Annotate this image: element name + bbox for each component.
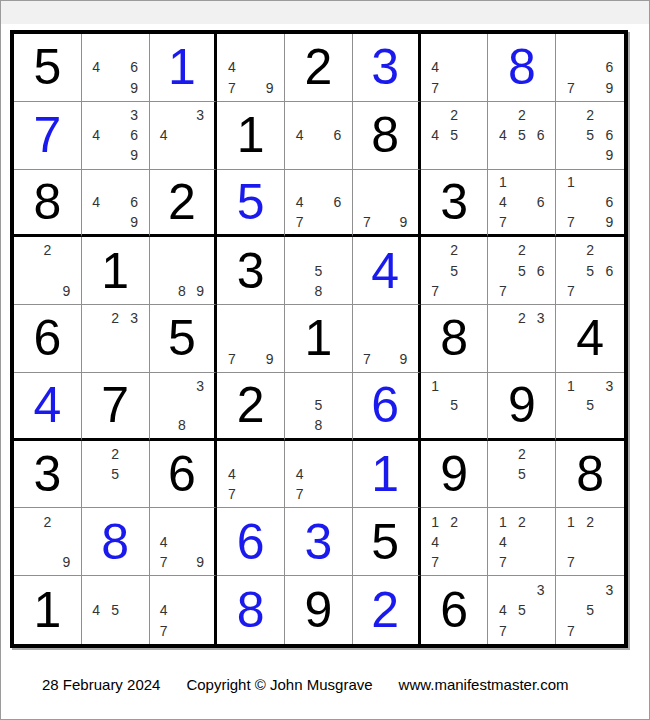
solved-digit: 8 [237, 585, 265, 635]
cell-r3c2[interactable]: 469 [82, 170, 150, 238]
cell-r4c7[interactable]: 257 [421, 237, 489, 305]
pencil-marks: 3457 [488, 576, 555, 644]
pencil-mark-3: 3 [531, 579, 550, 600]
pencil-mark-9: 9 [57, 281, 76, 301]
cell-r5c6[interactable]: 79 [353, 305, 421, 373]
pencil-mark-2: 2 [512, 105, 531, 125]
pencil-marks: 469 [82, 34, 149, 101]
cell-r1c7[interactable]: 47 [421, 34, 489, 102]
pencil-marks: 29 [14, 237, 81, 304]
pencil-mark-6: 6 [600, 261, 619, 281]
pencil-mark-3: 3 [600, 579, 619, 600]
cell-r8c8[interactable]: 1247 [488, 508, 556, 576]
cell-r2c6[interactable]: 8 [353, 102, 421, 170]
cell-r4c6[interactable]: 4 [353, 237, 421, 305]
pencil-mark-5: 5 [309, 395, 328, 415]
given-digit: 2 [305, 42, 333, 92]
pencil-mark-7: 7 [561, 212, 580, 232]
pencil-mark-7: 7 [222, 78, 241, 98]
cell-r2c4[interactable]: 1 [217, 102, 285, 170]
cell-r4c3[interactable]: 89 [150, 237, 218, 305]
pencil-marks: 58 [285, 237, 352, 304]
pencil-mark-9: 9 [600, 145, 619, 165]
cell-r6c6[interactable]: 6 [353, 373, 421, 441]
pencil-mark-5: 5 [445, 261, 464, 281]
pencil-marks: 679 [556, 34, 624, 101]
pencil-marks: 58 [285, 373, 352, 438]
cell-r4c9[interactable]: 2567 [556, 237, 624, 305]
given-digit: 6 [168, 449, 196, 499]
pencil-mark-3: 3 [600, 376, 619, 396]
pencil-mark-9: 9 [125, 145, 144, 165]
cell-r7c1[interactable]: 3 [14, 441, 82, 509]
pencil-mark-7: 7 [426, 78, 445, 98]
pencil-mark-9: 9 [600, 78, 619, 98]
cell-r7c7[interactable]: 9 [421, 441, 489, 509]
solved-digit: 8 [508, 42, 536, 92]
solved-digit: 1 [168, 42, 196, 92]
pencil-mark-4: 4 [155, 125, 173, 145]
pencil-mark-7: 7 [222, 484, 241, 504]
given-digit: 8 [33, 177, 61, 227]
given-digit: 2 [237, 380, 265, 430]
solved-digit: 8 [101, 517, 129, 567]
pencil-mark-8: 8 [173, 281, 191, 301]
pencil-mark-9: 9 [394, 349, 412, 369]
pencil-marks: 1247 [421, 508, 488, 575]
pencil-marks: 2567 [556, 237, 624, 304]
cell-r9c4[interactable]: 8 [217, 576, 285, 644]
cell-r7c3[interactable]: 6 [150, 441, 218, 509]
pencil-mark-2: 2 [512, 511, 531, 531]
cell-r3c5[interactable]: 467 [285, 170, 353, 238]
pencil-marks: 1247 [488, 508, 555, 575]
pencil-mark-5: 5 [106, 464, 125, 484]
pencil-mark-9: 9 [191, 281, 209, 301]
pencil-mark-7: 7 [561, 281, 580, 301]
cell-r2c5[interactable]: 46 [285, 102, 353, 170]
cell-r9c1[interactable]: 1 [14, 576, 82, 644]
cell-r3c6[interactable]: 79 [353, 170, 421, 238]
pencil-mark-4: 4 [222, 464, 241, 484]
pencil-marks: 79 [353, 305, 418, 372]
cell-r9c3[interactable]: 47 [150, 576, 218, 644]
pencil-marks: 25 [488, 441, 555, 508]
given-digit: 3 [33, 449, 61, 499]
pencil-mark-4: 4 [290, 464, 309, 484]
pencil-marks: 2569 [556, 102, 624, 169]
cell-r8c9[interactable]: 127 [556, 508, 624, 576]
cell-r6c4[interactable]: 2 [217, 373, 285, 441]
pencil-mark-4: 4 [426, 125, 445, 145]
pencil-marks: 38 [150, 373, 215, 438]
pencil-marks: 257 [421, 237, 488, 304]
pencil-mark-2: 2 [445, 511, 464, 531]
pencil-mark-4: 4 [222, 57, 241, 77]
cell-r8c3[interactable]: 479 [150, 508, 218, 576]
pencil-mark-1: 1 [561, 511, 580, 531]
pencil-marks: 127 [556, 508, 624, 575]
pencil-mark-8: 8 [309, 281, 328, 301]
pencil-mark-7: 7 [561, 620, 580, 641]
footer-date: 28 February 2024 [42, 676, 160, 693]
sudoku-board: 5469147923478679734693414682452456256984… [10, 30, 628, 648]
pencil-mark-4: 4 [493, 125, 512, 145]
footer-copyright: Copyright © John Musgrave [186, 676, 372, 693]
pencil-mark-6: 6 [125, 192, 144, 212]
pencil-marks: 23 [488, 305, 555, 372]
cell-r1c4[interactable]: 479 [217, 34, 285, 102]
pencil-mark-4: 4 [426, 532, 445, 552]
solved-digit: 6 [237, 517, 265, 567]
pencil-mark-9: 9 [260, 349, 279, 369]
pencil-marks: 135 [556, 373, 624, 438]
pencil-mark-2: 2 [106, 444, 125, 464]
cell-r3c8[interactable]: 1467 [488, 170, 556, 238]
cell-r7c8[interactable]: 25 [488, 441, 556, 509]
cell-r6c5[interactable]: 58 [285, 373, 353, 441]
pencil-mark-2: 2 [106, 308, 125, 328]
pencil-marks: 245 [421, 102, 488, 169]
solved-digit: 6 [371, 380, 399, 430]
cell-r1c6[interactable]: 3 [353, 34, 421, 102]
pencil-mark-2: 2 [512, 308, 531, 328]
pencil-mark-7: 7 [290, 484, 309, 504]
cell-r6c9[interactable]: 135 [556, 373, 624, 441]
pencil-mark-6: 6 [125, 57, 144, 77]
cell-r6c1[interactable]: 4 [14, 373, 82, 441]
given-digit: 1 [237, 110, 265, 160]
cell-r9c2[interactable]: 45 [82, 576, 150, 644]
cell-r1c8[interactable]: 8 [488, 34, 556, 102]
pencil-mark-1: 1 [561, 376, 580, 396]
cell-r6c2[interactable]: 7 [82, 373, 150, 441]
solved-digit: 3 [305, 517, 333, 567]
pencil-mark-7: 7 [155, 620, 173, 641]
cell-r2c1[interactable]: 7 [14, 102, 82, 170]
pencil-mark-7: 7 [155, 552, 173, 572]
pencil-mark-9: 9 [57, 552, 76, 572]
cell-r9c9[interactable]: 357 [556, 576, 624, 644]
cell-r8c5[interactable]: 3 [285, 508, 353, 576]
pencil-marks: 34 [150, 102, 215, 169]
cell-r9c8[interactable]: 3457 [488, 576, 556, 644]
pencil-mark-3: 3 [125, 308, 144, 328]
pencil-marks: 47 [421, 34, 488, 101]
pencil-mark-4: 4 [87, 600, 106, 621]
pencil-mark-4: 4 [493, 192, 512, 212]
given-digit: 8 [371, 110, 399, 160]
pencil-mark-7: 7 [493, 552, 512, 572]
pencil-mark-7: 7 [426, 552, 445, 572]
given-digit: 4 [576, 313, 604, 363]
pencil-mark-5: 5 [106, 600, 125, 621]
cell-r2c9[interactable]: 2569 [556, 102, 624, 170]
pencil-mark-4: 4 [426, 57, 445, 77]
given-digit: 7 [101, 380, 129, 430]
pencil-marks: 2567 [488, 237, 555, 304]
pencil-marks: 89 [150, 237, 215, 304]
cell-r4c2[interactable]: 1 [82, 237, 150, 305]
pencil-mark-5: 5 [512, 600, 531, 621]
pencil-marks: 25 [82, 441, 149, 508]
header-band [1, 1, 649, 24]
given-digit: 9 [440, 449, 468, 499]
cell-r3c7[interactable]: 3 [421, 170, 489, 238]
cell-r1c9[interactable]: 679 [556, 34, 624, 102]
cell-r4c4[interactable]: 3 [217, 237, 285, 305]
pencil-mark-7: 7 [493, 212, 512, 232]
pencil-marks: 479 [217, 34, 284, 101]
cell-r6c7[interactable]: 15 [421, 373, 489, 441]
footer-website: www.manifestmaster.com [399, 676, 569, 693]
pencil-mark-2: 2 [580, 511, 599, 531]
pencil-mark-3: 3 [531, 308, 550, 328]
pencil-marks: 46 [285, 102, 352, 169]
solved-digit: 3 [371, 42, 399, 92]
solved-digit: 5 [237, 177, 265, 227]
pencil-mark-1: 1 [426, 376, 445, 396]
cell-r2c3[interactable]: 34 [150, 102, 218, 170]
solved-digit: 1 [371, 449, 399, 499]
cell-r8c6[interactable]: 5 [353, 508, 421, 576]
pencil-mark-2: 2 [512, 444, 531, 464]
pencil-mark-4: 4 [290, 192, 309, 212]
pencil-marks: 15 [421, 373, 488, 438]
given-digit: 5 [33, 42, 61, 92]
pencil-marks: 2456 [488, 102, 555, 169]
pencil-mark-4: 4 [87, 192, 106, 212]
given-digit: 5 [371, 517, 399, 567]
pencil-mark-3: 3 [191, 376, 209, 396]
cell-r7c4[interactable]: 47 [217, 441, 285, 509]
cell-r8c1[interactable]: 29 [14, 508, 82, 576]
pencil-mark-2: 2 [38, 511, 57, 531]
pencil-mark-8: 8 [309, 415, 328, 435]
cell-r9c7[interactable]: 6 [421, 576, 489, 644]
cell-r3c9[interactable]: 1679 [556, 170, 624, 238]
pencil-mark-5: 5 [580, 395, 599, 415]
cell-r5c9[interactable]: 4 [556, 305, 624, 373]
pencil-marks: 467 [285, 170, 352, 235]
pencil-mark-5: 5 [512, 464, 531, 484]
pencil-mark-7: 7 [561, 78, 580, 98]
cell-r5c4[interactable]: 79 [217, 305, 285, 373]
given-digit: 8 [440, 313, 468, 363]
pencil-mark-2: 2 [512, 240, 531, 260]
pencil-mark-7: 7 [493, 620, 512, 641]
pencil-marks: 1467 [488, 170, 555, 235]
given-digit: 9 [305, 585, 333, 635]
pencil-mark-5: 5 [445, 395, 464, 415]
cell-r9c5[interactable]: 9 [285, 576, 353, 644]
pencil-mark-3: 3 [125, 105, 144, 125]
pencil-mark-5: 5 [512, 261, 531, 281]
cell-r7c6[interactable]: 1 [353, 441, 421, 509]
pencil-mark-6: 6 [531, 192, 550, 212]
given-digit: 2 [168, 177, 196, 227]
pencil-mark-7: 7 [493, 281, 512, 301]
pencil-mark-2: 2 [445, 105, 464, 125]
pencil-mark-5: 5 [309, 261, 328, 281]
cell-r1c5[interactable]: 2 [285, 34, 353, 102]
pencil-marks: 1679 [556, 170, 624, 235]
cell-r4c8[interactable]: 2567 [488, 237, 556, 305]
cell-r7c2[interactable]: 25 [82, 441, 150, 509]
cell-r6c8[interactable]: 9 [488, 373, 556, 441]
cell-r8c7[interactable]: 1247 [421, 508, 489, 576]
pencil-mark-7: 7 [358, 212, 376, 232]
pencil-marks: 23 [82, 305, 149, 372]
pencil-mark-2: 2 [38, 240, 57, 260]
cell-r1c2[interactable]: 469 [82, 34, 150, 102]
pencil-mark-4: 4 [493, 600, 512, 621]
pencil-mark-6: 6 [328, 125, 347, 145]
solved-digit: 4 [33, 380, 61, 430]
pencil-mark-6: 6 [600, 57, 619, 77]
solved-digit: 2 [371, 585, 399, 635]
pencil-mark-2: 2 [580, 240, 599, 260]
pencil-marks: 47 [285, 441, 352, 508]
cell-r1c3[interactable]: 1 [150, 34, 218, 102]
pencil-mark-9: 9 [260, 78, 279, 98]
pencil-marks: 479 [150, 508, 215, 575]
pencil-marks: 469 [82, 170, 149, 235]
cell-r2c7[interactable]: 245 [421, 102, 489, 170]
pencil-mark-4: 4 [87, 57, 106, 77]
cell-r9c6[interactable]: 2 [353, 576, 421, 644]
pencil-marks: 45 [82, 576, 149, 644]
cell-r8c4[interactable]: 6 [217, 508, 285, 576]
given-digit: 3 [237, 246, 265, 296]
pencil-marks: 79 [353, 170, 418, 235]
given-digit: 6 [440, 585, 468, 635]
solved-digit: 4 [371, 246, 399, 296]
given-digit: 1 [33, 585, 61, 635]
pencil-mark-9: 9 [394, 212, 412, 232]
cell-r3c4[interactable]: 5 [217, 170, 285, 238]
pencil-mark-8: 8 [173, 415, 191, 435]
cell-r2c8[interactable]: 2456 [488, 102, 556, 170]
pencil-mark-1: 1 [493, 173, 512, 193]
pencil-mark-2: 2 [445, 240, 464, 260]
cell-r3c3[interactable]: 2 [150, 170, 218, 238]
pencil-mark-9: 9 [600, 212, 619, 232]
cell-r6c3[interactable]: 38 [150, 373, 218, 441]
given-digit: 1 [305, 313, 333, 363]
pencil-mark-6: 6 [531, 261, 550, 281]
pencil-mark-6: 6 [125, 125, 144, 145]
cell-r5c8[interactable]: 23 [488, 305, 556, 373]
cell-r4c1[interactable]: 29 [14, 237, 82, 305]
cell-r5c7[interactable]: 8 [421, 305, 489, 373]
pencil-mark-1: 1 [493, 511, 512, 531]
pencil-marks: 3469 [82, 102, 149, 169]
pencil-marks: 79 [217, 305, 284, 372]
pencil-mark-4: 4 [155, 532, 173, 552]
pencil-mark-6: 6 [531, 125, 550, 145]
pencil-mark-2: 2 [580, 105, 599, 125]
cell-r5c3[interactable]: 5 [150, 305, 218, 373]
pencil-mark-1: 1 [561, 173, 580, 193]
pencil-mark-6: 6 [600, 125, 619, 145]
pencil-mark-6: 6 [600, 192, 619, 212]
cell-r5c2[interactable]: 23 [82, 305, 150, 373]
cell-r4c5[interactable]: 58 [285, 237, 353, 305]
solved-digit: 7 [33, 110, 61, 160]
footer: 28 February 2024 Copyright © John Musgra… [42, 676, 642, 693]
pencil-mark-7: 7 [222, 349, 241, 369]
pencil-marks: 357 [556, 576, 624, 644]
pencil-mark-5: 5 [580, 261, 599, 281]
pencil-mark-9: 9 [125, 212, 144, 232]
pencil-mark-5: 5 [445, 125, 464, 145]
pencil-mark-1: 1 [426, 511, 445, 531]
pencil-mark-6: 6 [328, 192, 347, 212]
pencil-mark-5: 5 [512, 125, 531, 145]
cell-r7c9[interactable]: 8 [556, 441, 624, 509]
given-digit: 8 [576, 449, 604, 499]
pencil-mark-7: 7 [358, 349, 376, 369]
pencil-mark-4: 4 [290, 125, 309, 145]
cell-r5c1[interactable]: 6 [14, 305, 82, 373]
pencil-mark-4: 4 [493, 532, 512, 552]
given-digit: 5 [168, 313, 196, 363]
pencil-mark-7: 7 [561, 552, 580, 572]
cell-r1c1[interactable]: 5 [14, 34, 82, 102]
given-digit: 9 [508, 380, 536, 430]
pencil-mark-7: 7 [426, 281, 445, 301]
pencil-mark-7: 7 [290, 212, 309, 232]
cell-r8c2[interactable]: 8 [82, 508, 150, 576]
given-digit: 3 [440, 177, 468, 227]
cell-r3c1[interactable]: 8 [14, 170, 82, 238]
pencil-mark-5: 5 [580, 125, 599, 145]
pencil-mark-4: 4 [155, 600, 173, 621]
cell-r7c5[interactable]: 47 [285, 441, 353, 509]
pencil-marks: 29 [14, 508, 81, 575]
cell-r5c5[interactable]: 1 [285, 305, 353, 373]
pencil-mark-9: 9 [191, 552, 209, 572]
pencil-mark-9: 9 [125, 78, 144, 98]
pencil-marks: 47 [217, 441, 284, 508]
pencil-mark-5: 5 [580, 600, 599, 621]
pencil-mark-3: 3 [191, 105, 209, 125]
pencil-mark-4: 4 [87, 125, 106, 145]
given-digit: 1 [101, 246, 129, 296]
given-digit: 6 [33, 313, 61, 363]
pencil-marks: 47 [150, 576, 215, 644]
cell-r2c2[interactable]: 3469 [82, 102, 150, 170]
